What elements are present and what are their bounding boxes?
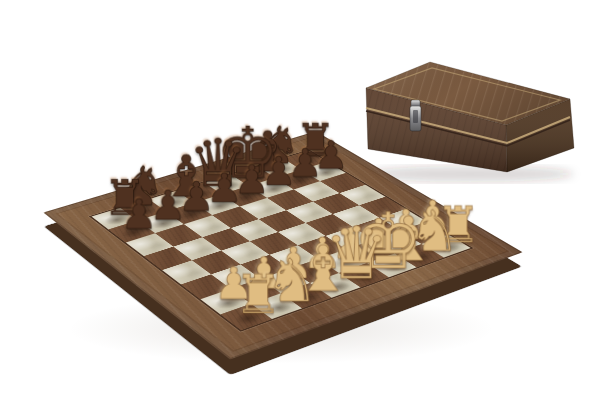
piece-black-pawn[interactable]: ♟ [120, 194, 154, 235]
square-d6[interactable] [212, 207, 258, 229]
piece-white-rook[interactable]: ♜ [234, 268, 271, 322]
chess-board: ♜♞♝♛♚♝♞♜♟♟♟♟♟♟♟♟♟♟♟♟♟♟♟♟♜♞♝♛♚♝♞♜ [43, 131, 522, 359]
square-a1[interactable]: ♜ [221, 304, 272, 330]
square-a7[interactable]: ♟ [109, 220, 156, 242]
board-perspective-wrap: ♜♞♝♛♚♝♞♜♟♟♟♟♟♟♟♟♟♟♟♟♟♟♟♟♜♞♝♛♚♝♞♜ [43, 131, 522, 359]
board-scene: ♜♞♝♛♚♝♞♜♟♟♟♟♟♟♟♟♟♟♟♟♟♟♟♟♜♞♝♛♚♝♞♜ [0, 0, 600, 400]
product-photo: ♜♞♝♛♚♝♞♜♟♟♟♟♟♟♟♟♟♟♟♟♟♟♟♟♜♞♝♛♚♝♞♜ [0, 0, 600, 400]
